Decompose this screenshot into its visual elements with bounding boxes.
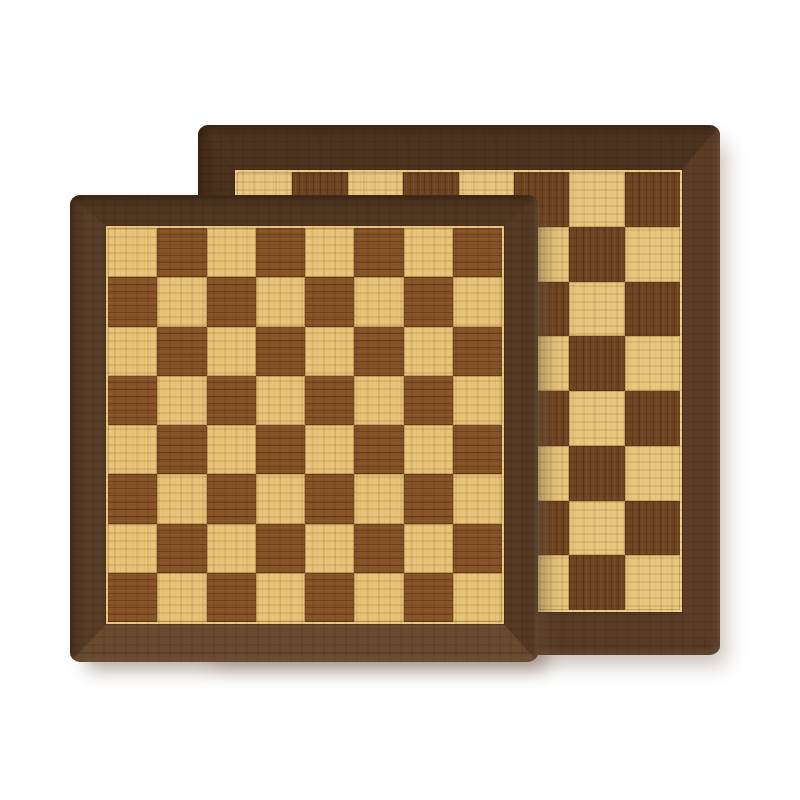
square-a1: [108, 573, 157, 622]
square-h5: [453, 376, 502, 425]
square-e4: [305, 425, 354, 474]
square-c1: [207, 573, 256, 622]
square-c3: [207, 474, 256, 523]
square-g3: [404, 474, 453, 523]
square-d5: [256, 376, 305, 425]
square-e8: [305, 228, 354, 277]
front-chessboard: [70, 195, 538, 662]
square-g7: [569, 227, 624, 282]
square-h1: [625, 555, 680, 610]
square-h8: [625, 172, 680, 227]
square-c4: [207, 425, 256, 474]
square-b7: [157, 277, 206, 326]
square-g5: [569, 336, 624, 391]
square-e7: [305, 277, 354, 326]
square-b6: [157, 327, 206, 376]
square-b4: [157, 425, 206, 474]
square-d4: [256, 425, 305, 474]
square-g8: [569, 172, 624, 227]
square-a2: [108, 524, 157, 573]
square-f7: [354, 277, 403, 326]
square-c5: [207, 376, 256, 425]
square-g4: [404, 425, 453, 474]
square-b2: [157, 524, 206, 573]
square-d8: [256, 228, 305, 277]
square-g1: [569, 555, 624, 610]
square-e3: [305, 474, 354, 523]
square-h1: [453, 573, 502, 622]
square-h6: [453, 327, 502, 376]
square-g6: [404, 327, 453, 376]
square-g2: [569, 501, 624, 556]
square-f6: [354, 327, 403, 376]
square-d7: [256, 277, 305, 326]
square-c8: [207, 228, 256, 277]
square-e1: [305, 573, 354, 622]
square-f1: [354, 573, 403, 622]
square-f2: [354, 524, 403, 573]
square-g6: [569, 282, 624, 337]
square-g1: [404, 573, 453, 622]
square-e2: [305, 524, 354, 573]
product-photo-scene: [0, 0, 800, 800]
square-h6: [625, 282, 680, 337]
square-h4: [453, 425, 502, 474]
square-g2: [404, 524, 453, 573]
square-b5: [157, 376, 206, 425]
square-h4: [625, 391, 680, 446]
square-a3: [108, 474, 157, 523]
square-a6: [108, 327, 157, 376]
square-h7: [625, 227, 680, 282]
square-a7: [108, 277, 157, 326]
square-b1: [157, 573, 206, 622]
front-board-grid: [108, 228, 502, 622]
square-c6: [207, 327, 256, 376]
square-h2: [453, 524, 502, 573]
square-d2: [256, 524, 305, 573]
square-f3: [354, 474, 403, 523]
square-h5: [625, 336, 680, 391]
square-g4: [569, 391, 624, 446]
square-h8: [453, 228, 502, 277]
square-c7: [207, 277, 256, 326]
square-d3: [256, 474, 305, 523]
square-a4: [108, 425, 157, 474]
square-d1: [256, 573, 305, 622]
square-c2: [207, 524, 256, 573]
square-e6: [305, 327, 354, 376]
square-g5: [404, 376, 453, 425]
square-h2: [625, 501, 680, 556]
square-g7: [404, 277, 453, 326]
square-f5: [354, 376, 403, 425]
square-h3: [453, 474, 502, 523]
square-g3: [569, 446, 624, 501]
square-b8: [157, 228, 206, 277]
square-h7: [453, 277, 502, 326]
square-b3: [157, 474, 206, 523]
square-a5: [108, 376, 157, 425]
square-h3: [625, 446, 680, 501]
square-d6: [256, 327, 305, 376]
square-f4: [354, 425, 403, 474]
square-a8: [108, 228, 157, 277]
square-f8: [354, 228, 403, 277]
square-e5: [305, 376, 354, 425]
square-g8: [404, 228, 453, 277]
